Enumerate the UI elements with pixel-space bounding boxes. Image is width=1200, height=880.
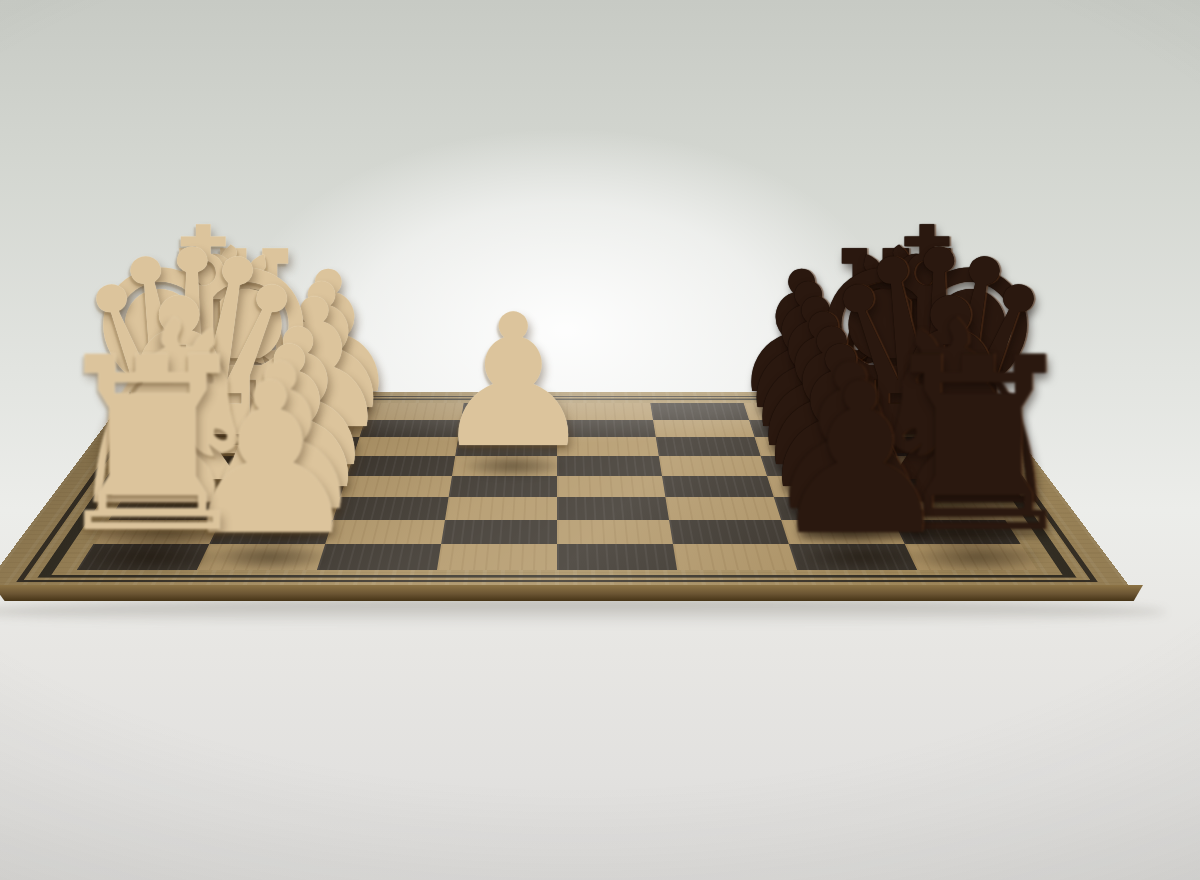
chess-photo-scene: ♜♟♟♜♞♟♟♞♝♟♟♝♛♟♟♛♚♟♟♚♝♟♟♝♞♟♟♞♜♟♟♜ — [0, 0, 1200, 880]
pieces-layer: ♜♟♟♜♞♟♟♞♝♟♟♝♛♟♟♛♚♟♟♚♝♟♟♝♞♟♟♞♜♟♟♜ — [0, 0, 1200, 880]
pawn-glyph: ♟ — [431, 290, 595, 473]
pawn-glyph: ♟ — [766, 356, 953, 565]
rook-glyph: ♜ — [45, 326, 260, 566]
